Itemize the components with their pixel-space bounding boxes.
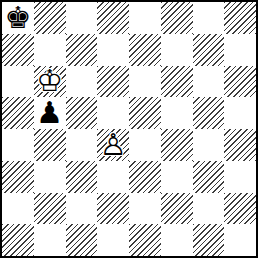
square-g4[interactable] — [193, 129, 225, 161]
square-c2[interactable] — [66, 193, 98, 225]
square-h3[interactable] — [224, 161, 256, 193]
square-c4[interactable] — [66, 129, 98, 161]
square-e7[interactable] — [129, 34, 161, 66]
square-c3[interactable] — [66, 161, 98, 193]
square-h1[interactable] — [224, 224, 256, 256]
square-a7[interactable] — [2, 34, 34, 66]
square-f1[interactable] — [161, 224, 193, 256]
square-d6[interactable] — [97, 66, 129, 98]
square-d5[interactable] — [97, 97, 129, 129]
square-e5[interactable] — [129, 97, 161, 129]
square-a1[interactable] — [2, 224, 34, 256]
square-g8[interactable] — [193, 2, 225, 34]
square-e3[interactable] — [129, 161, 161, 193]
square-a2[interactable] — [2, 193, 34, 225]
square-f6[interactable] — [161, 66, 193, 98]
square-f7[interactable] — [161, 34, 193, 66]
square-h6[interactable] — [224, 66, 256, 98]
square-g2[interactable] — [193, 193, 225, 225]
piece-white-king[interactable]: ♔ — [34, 66, 66, 98]
square-b2[interactable] — [34, 193, 66, 225]
square-e8[interactable] — [129, 2, 161, 34]
piece-white-pawn[interactable]: ♙ — [97, 129, 129, 161]
square-c5[interactable] — [66, 97, 98, 129]
square-f8[interactable] — [161, 2, 193, 34]
square-h5[interactable] — [224, 97, 256, 129]
square-f4[interactable] — [161, 129, 193, 161]
square-b5[interactable]: ♟ — [34, 97, 66, 129]
square-d2[interactable] — [97, 193, 129, 225]
square-h7[interactable] — [224, 34, 256, 66]
square-d7[interactable] — [97, 34, 129, 66]
square-b8[interactable] — [34, 2, 66, 34]
piece-black-pawn[interactable]: ♟ — [34, 97, 66, 129]
square-c1[interactable] — [66, 224, 98, 256]
square-f2[interactable] — [161, 193, 193, 225]
square-e1[interactable] — [129, 224, 161, 256]
square-d4[interactable]: ♟♙ — [97, 129, 129, 161]
square-a5[interactable] — [2, 97, 34, 129]
square-g3[interactable] — [193, 161, 225, 193]
square-c6[interactable] — [66, 66, 98, 98]
square-g1[interactable] — [193, 224, 225, 256]
square-c8[interactable] — [66, 2, 98, 34]
square-f5[interactable] — [161, 97, 193, 129]
square-b1[interactable] — [34, 224, 66, 256]
square-b7[interactable] — [34, 34, 66, 66]
square-d3[interactable] — [97, 161, 129, 193]
square-b3[interactable] — [34, 161, 66, 193]
square-b6[interactable]: ♚♔ — [34, 66, 66, 98]
square-h4[interactable] — [224, 129, 256, 161]
square-a6[interactable] — [2, 66, 34, 98]
square-d1[interactable] — [97, 224, 129, 256]
square-a3[interactable] — [2, 161, 34, 193]
piece-black-king[interactable]: ♚ — [2, 2, 34, 34]
square-e2[interactable] — [129, 193, 161, 225]
square-b4[interactable] — [34, 129, 66, 161]
square-g7[interactable] — [193, 34, 225, 66]
square-h2[interactable] — [224, 193, 256, 225]
square-g6[interactable] — [193, 66, 225, 98]
square-f3[interactable] — [161, 161, 193, 193]
square-a8[interactable]: ♚ — [2, 2, 34, 34]
square-a4[interactable] — [2, 129, 34, 161]
square-e4[interactable] — [129, 129, 161, 161]
square-c7[interactable] — [66, 34, 98, 66]
square-h8[interactable] — [224, 2, 256, 34]
square-e6[interactable] — [129, 66, 161, 98]
square-g5[interactable] — [193, 97, 225, 129]
square-d8[interactable] — [97, 2, 129, 34]
chess-board: ♚♚♔♟♟♙ — [0, 0, 258, 258]
